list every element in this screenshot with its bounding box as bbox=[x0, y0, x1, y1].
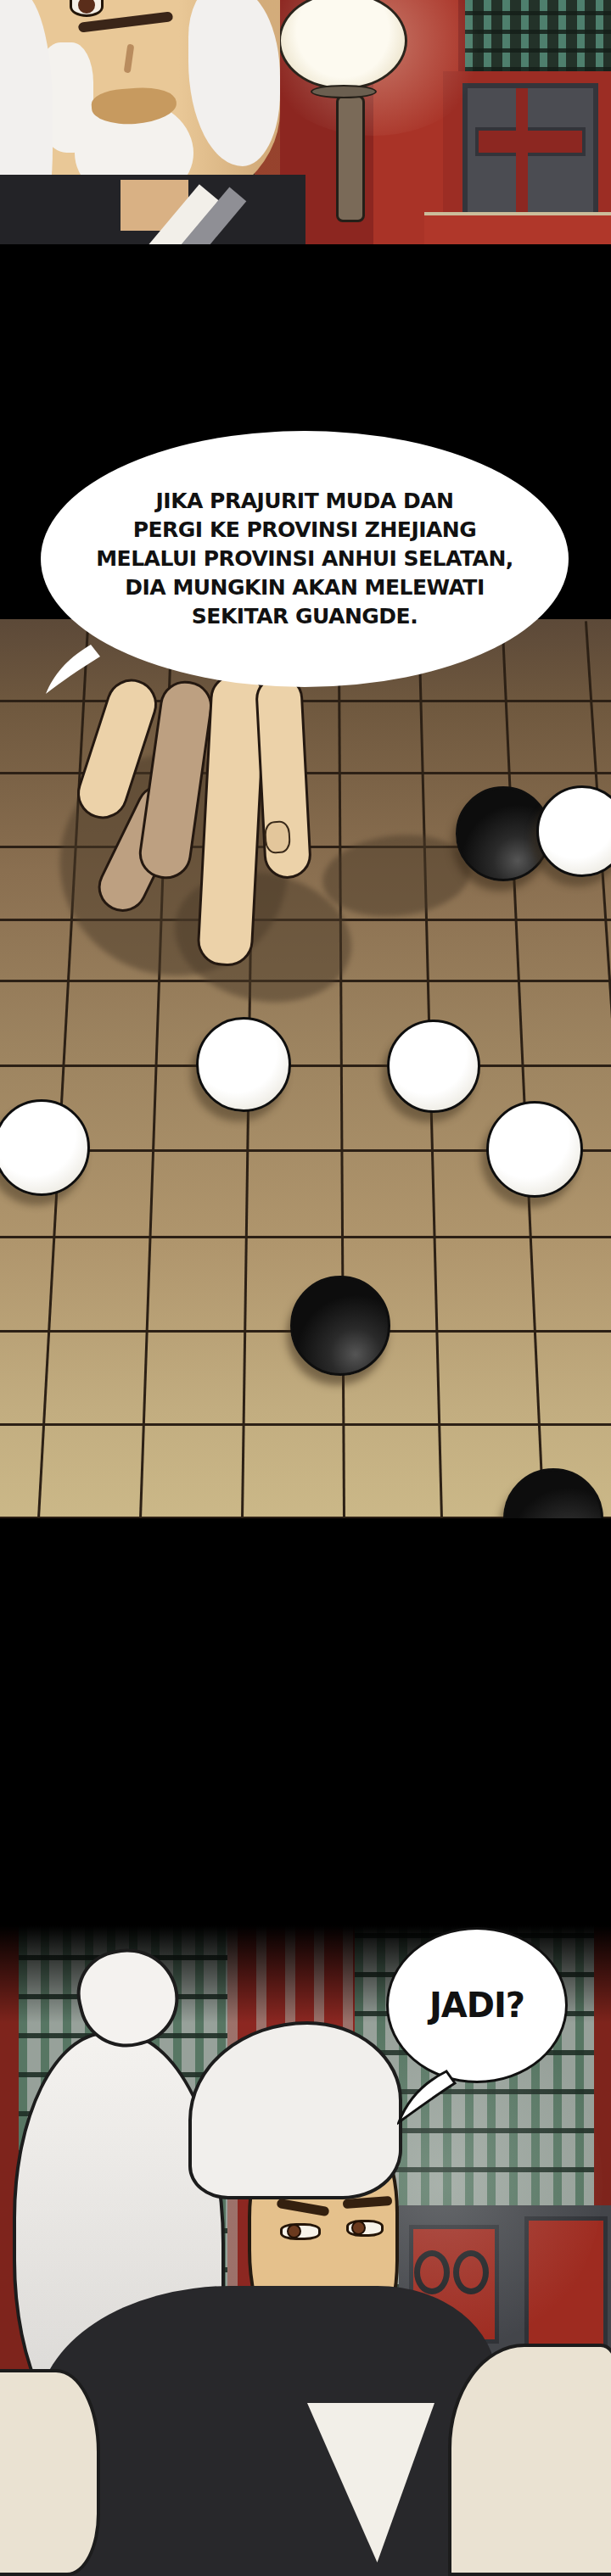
narration-line: DIA MUNGKIN AKAN MELEWATI bbox=[96, 573, 513, 602]
fingernail bbox=[264, 820, 291, 854]
cream-sleeve-left bbox=[0, 2369, 100, 2576]
bubble-tail bbox=[44, 643, 104, 697]
comic-page: JIKA PRAJURIT MUDA DANPERGI KE PROVINSI … bbox=[0, 0, 611, 2576]
grid-vline bbox=[584, 621, 611, 1518]
bubble-tail bbox=[397, 2070, 458, 2126]
go-stone-black bbox=[290, 1276, 390, 1376]
narration-text: JIKA PRAJURIT MUDA DANPERGI KE PROVINSI … bbox=[96, 487, 513, 631]
go-stone-white bbox=[196, 1017, 291, 1112]
grid-hline bbox=[0, 700, 611, 702]
grid-vline bbox=[337, 619, 345, 1518]
black-vest bbox=[38, 2286, 496, 2576]
go-stone-white bbox=[486, 1101, 583, 1198]
grid-vline bbox=[501, 620, 545, 1518]
narration-line: SEKITAR GUANGDE. bbox=[96, 602, 513, 631]
go-stone-white bbox=[0, 1099, 90, 1196]
iris-left bbox=[287, 2224, 301, 2238]
cream-arm-right bbox=[448, 2344, 611, 2576]
go-stone-white bbox=[387, 1020, 480, 1113]
grid-hline bbox=[0, 1064, 611, 1067]
red-beam bbox=[424, 212, 611, 244]
panel-top-closeup bbox=[0, 0, 611, 244]
narration-line: MELALUI PROVINSI ANHUI SELATAN, bbox=[96, 545, 513, 573]
go-board-panel bbox=[0, 619, 611, 1518]
go-stone-white bbox=[536, 785, 611, 877]
speech-bubble-question: JADI? bbox=[386, 1927, 568, 2083]
narration-line: JIKA PRAJURIT MUDA DAN bbox=[96, 487, 513, 516]
hand-shadow bbox=[319, 828, 475, 924]
door-trim bbox=[475, 127, 586, 156]
lantern-rim bbox=[311, 85, 377, 98]
go-stone-black bbox=[503, 1468, 603, 1518]
iris-right bbox=[351, 2221, 366, 2235]
grid-hline bbox=[0, 1423, 611, 1426]
narration-line: PERGI KE PROVINSI ZHEJIANG bbox=[96, 516, 513, 545]
speech-bubble-narration: JIKA PRAJURIT MUDA DANPERGI KE PROVINSI … bbox=[41, 431, 569, 687]
grid-hline bbox=[0, 1236, 611, 1238]
grid-vline bbox=[37, 621, 89, 1518]
lantern-stand bbox=[336, 95, 365, 222]
question-text: JADI? bbox=[429, 1986, 524, 2025]
